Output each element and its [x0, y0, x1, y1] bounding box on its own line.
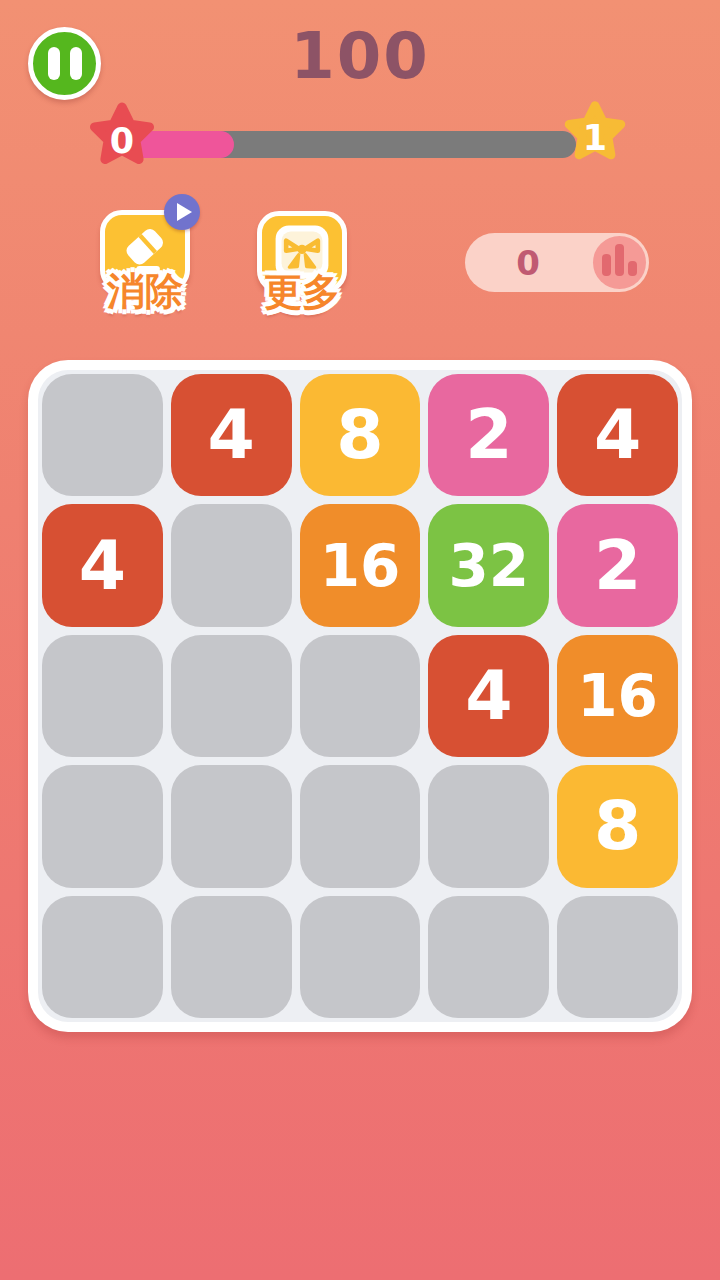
- empty-cell-r3c3: [300, 635, 421, 757]
- score-label: 100: [0, 24, 720, 88]
- more-button-label: 更多: [232, 273, 372, 311]
- stats-icon-circle: [593, 236, 646, 289]
- star-right-value: 1: [561, 102, 629, 173]
- erase-button-label: 消除: [75, 272, 215, 310]
- play-icon: [177, 203, 192, 221]
- stats-value: 0: [465, 233, 591, 292]
- game-board: 48244163224168: [28, 360, 692, 1032]
- tile-4-r2c1[interactable]: 4: [42, 504, 163, 626]
- tile-16-r3c5[interactable]: 16: [557, 635, 678, 757]
- tile-4-r1c2[interactable]: 4: [171, 374, 292, 496]
- progress-start-star: 0: [86, 97, 158, 172]
- empty-cell-r4c2: [171, 765, 292, 887]
- empty-cell-r4c3: [300, 765, 421, 887]
- progress-track: [120, 131, 576, 158]
- game-screen: 100 0 1 消除: [0, 0, 720, 1280]
- empty-cell-r5c4: [428, 896, 549, 1018]
- tile-8-r4c5[interactable]: 8: [557, 765, 678, 887]
- empty-cell-r5c3: [300, 896, 421, 1018]
- empty-cell-r5c1: [42, 896, 163, 1018]
- empty-cell-r3c1: [42, 635, 163, 757]
- progress-goal-star: 1: [561, 96, 629, 167]
- empty-cell-r4c4: [428, 765, 549, 887]
- tile-8-r1c3[interactable]: 8: [300, 374, 421, 496]
- tile-2-r1c4[interactable]: 2: [428, 374, 549, 496]
- tile-2-r2c5[interactable]: 2: [557, 504, 678, 626]
- tile-4-r1c5[interactable]: 4: [557, 374, 678, 496]
- empty-cell-r1c1: [42, 374, 163, 496]
- empty-cell-r3c2: [171, 635, 292, 757]
- board-grid[interactable]: 48244163224168: [38, 370, 682, 1022]
- star-left-value: 0: [86, 103, 158, 178]
- bar-chart-icon: [602, 244, 637, 276]
- stats-pill[interactable]: 0: [465, 233, 649, 292]
- empty-cell-r5c5: [557, 896, 678, 1018]
- empty-cell-r2c2: [171, 504, 292, 626]
- tile-16-r2c3[interactable]: 16: [300, 504, 421, 626]
- tile-4-r3c4[interactable]: 4: [428, 635, 549, 757]
- empty-cell-r4c1: [42, 765, 163, 887]
- tile-32-r2c4[interactable]: 32: [428, 504, 549, 626]
- ad-play-badge[interactable]: [164, 194, 200, 230]
- empty-cell-r5c2: [171, 896, 292, 1018]
